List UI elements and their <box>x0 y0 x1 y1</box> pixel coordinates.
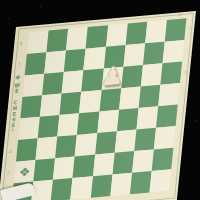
square-e8 <box>106 24 128 47</box>
square-d2 <box>73 155 95 178</box>
square-g2 <box>132 149 154 172</box>
square-g1 <box>130 171 152 194</box>
square-g5 <box>138 85 160 108</box>
rank-label-4: 4 <box>178 109 184 121</box>
square-e5 <box>99 88 121 111</box>
square-h7 <box>162 40 184 63</box>
square-c5 <box>60 92 82 115</box>
rank-label-3: 3 <box>176 130 182 142</box>
square-a5 <box>20 95 42 118</box>
square-f7 <box>123 43 145 66</box>
square-a4 <box>18 117 40 140</box>
square-c1 <box>51 178 73 200</box>
square-a2: ❖ <box>14 160 36 183</box>
square-c7 <box>64 49 86 72</box>
square-g3 <box>134 128 156 151</box>
board-grid: ♟❖ <box>12 18 187 200</box>
square-c2 <box>53 156 75 179</box>
square-g6 <box>141 63 163 86</box>
stain-mark-2 <box>186 71 188 75</box>
brand-logo-icon: ❖ <box>14 75 21 82</box>
rank-label-7: 7 <box>185 44 191 56</box>
square-g8 <box>145 20 167 43</box>
rank-label-7: 7 <box>15 59 24 72</box>
square-d8 <box>86 25 108 48</box>
square-c4 <box>58 113 80 136</box>
square-c3 <box>55 135 77 158</box>
rank-label-2: 2 <box>174 152 180 164</box>
square-h3 <box>154 126 176 149</box>
square-g4 <box>136 106 158 129</box>
square-f5 <box>119 86 141 109</box>
square-a8 <box>27 31 49 54</box>
square-h1 <box>149 169 171 192</box>
square-b8 <box>47 29 69 52</box>
rank-label-5: 5 <box>180 87 186 99</box>
square-a6 <box>22 74 44 97</box>
background-dust <box>0 0 1 1</box>
square-b3 <box>36 137 58 160</box>
square-d4 <box>77 112 99 135</box>
square-c8 <box>66 27 88 50</box>
square-h4 <box>156 105 178 128</box>
square-h8 <box>165 18 187 41</box>
square-f2 <box>112 151 134 174</box>
white-pawn: ♟ <box>99 62 125 89</box>
stain-mark <box>178 13 182 16</box>
square-d5 <box>79 90 101 113</box>
square-b2 <box>33 158 55 181</box>
rank-label-1: 1 <box>172 173 178 185</box>
square-a3 <box>16 138 38 161</box>
rank-label-2: 2 <box>4 167 13 180</box>
square-e1 <box>90 174 112 197</box>
square-f8 <box>125 22 147 45</box>
square-b7 <box>44 50 66 73</box>
square-d1 <box>71 176 93 199</box>
square-e6: ♟ <box>101 67 123 90</box>
square-b4 <box>38 115 60 138</box>
square-h5 <box>158 83 180 106</box>
square-h6 <box>160 61 182 84</box>
square-f4 <box>117 108 139 131</box>
square-g7 <box>143 42 165 65</box>
square-f1 <box>110 173 132 196</box>
board-corner-logo-icon: ❖ <box>18 165 31 178</box>
square-e3 <box>95 131 117 154</box>
square-b5 <box>40 93 62 116</box>
square-d3 <box>75 133 97 156</box>
rank-label-8: 8 <box>17 37 26 50</box>
dust-speckles <box>16 27 17 28</box>
square-h2 <box>152 148 174 171</box>
square-a7 <box>25 52 47 75</box>
brand-text: WE CHESS <box>10 82 20 128</box>
square-e4 <box>97 110 119 133</box>
chess-board: ♟❖ 87654321 87654321 ❖ WE CHESS <box>0 11 196 200</box>
square-c6 <box>62 70 84 93</box>
square-b6 <box>42 72 64 95</box>
rank-label-8: 8 <box>187 23 193 35</box>
square-f3 <box>114 130 136 153</box>
square-e2 <box>93 153 115 176</box>
